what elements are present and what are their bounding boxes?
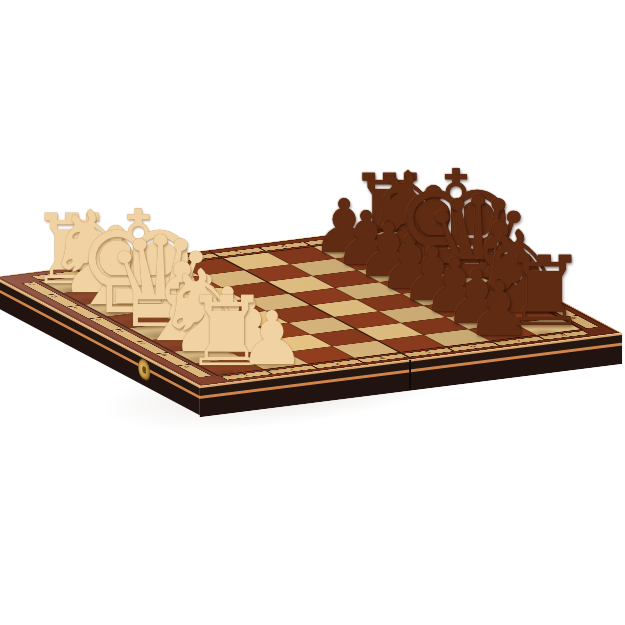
black-rook[interactable]: ♜ xyxy=(501,247,587,338)
white-pawn[interactable]: ♟ xyxy=(239,302,305,372)
pieces-layer: ♜♞♝♛♚♝♞♜♟♟♟♟♟♟♟♟♟♟♟♟♟♟♟♟♜♞♝♛♚♝♞♜ xyxy=(0,0,625,625)
product-photo: 12345678 12345678 hgfedcba hgfedcba ♜♞♝♛… xyxy=(0,0,625,625)
